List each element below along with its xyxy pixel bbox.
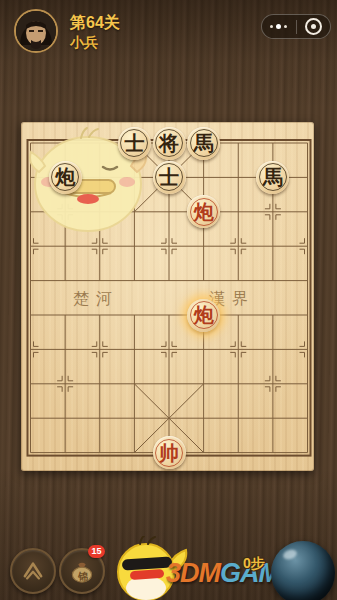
level-title: 第64关	[70, 13, 120, 34]
piece-black-士[interactable]: 士	[153, 161, 186, 194]
avatar[interactable]	[14, 9, 58, 53]
piece-black-馬[interactable]: 馬	[187, 127, 220, 160]
difficulty-label: 小兵	[70, 34, 98, 52]
capsule-target-icon[interactable]	[297, 15, 331, 38]
bag-count-badge: 15	[88, 545, 105, 558]
avatar-portrait	[16, 11, 56, 51]
expand-menu-button[interactable]	[10, 548, 56, 594]
piece-black-炮[interactable]: 炮	[49, 161, 82, 194]
piece-black-士[interactable]: 士	[118, 127, 151, 160]
step-counter: 0步	[243, 555, 265, 573]
piece-red-帅[interactable]: 帅	[153, 436, 186, 469]
more-icon[interactable]	[262, 15, 296, 38]
watermark-3dm: 3DM	[166, 558, 220, 588]
piece-black-将[interactable]: 将	[153, 127, 186, 160]
miniprogram-capsule	[261, 14, 331, 39]
chevron-up-icon	[16, 554, 50, 588]
river-label-left: 楚河	[73, 289, 119, 310]
dark-orb-button[interactable]	[271, 541, 335, 600]
app-screen: 第64关 小兵 楚河 漢界 士将馬炮士馬炮炮帅	[0, 0, 337, 600]
xiangqi-board[interactable]: 楚河 漢界 士将馬炮士馬炮炮帅	[21, 122, 314, 471]
bag-character: 锦	[78, 570, 88, 584]
piece-red-炮[interactable]: 炮	[187, 299, 220, 332]
